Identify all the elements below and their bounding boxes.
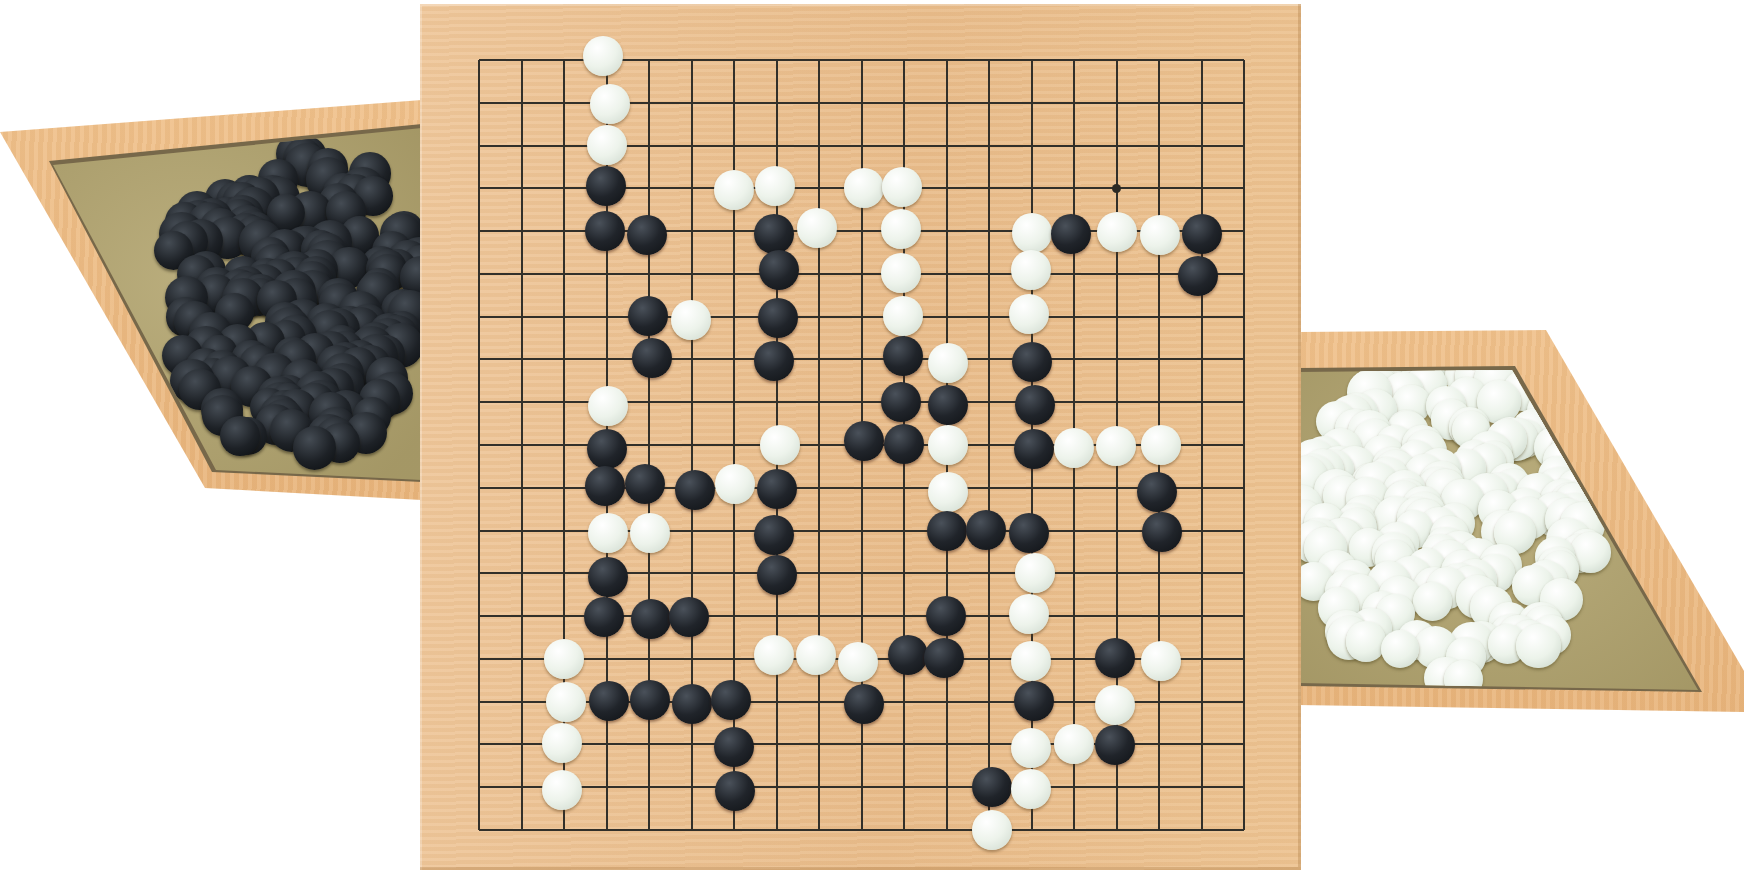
black-stone[interactable] — [1178, 256, 1218, 296]
white-tray-stone — [1346, 621, 1386, 661]
black-stone[interactable] — [1142, 512, 1182, 552]
grid-line-horizontal — [479, 829, 1244, 831]
black-stone[interactable] — [715, 771, 755, 811]
white-tray-stone — [1381, 630, 1419, 668]
white-stone[interactable] — [883, 296, 923, 336]
grid-line-vertical — [1243, 60, 1245, 830]
black-stone[interactable] — [711, 680, 751, 720]
black-stone[interactable] — [631, 599, 671, 639]
white-stone[interactable] — [1141, 425, 1181, 465]
white-stone[interactable] — [881, 209, 921, 249]
black-stone[interactable] — [966, 510, 1006, 550]
black-stone[interactable] — [584, 597, 624, 637]
black-stone[interactable] — [1095, 725, 1135, 765]
black-stone[interactable] — [1137, 472, 1177, 512]
go-set-photo — [0, 0, 1744, 890]
black-stone[interactable] — [586, 166, 626, 206]
black-stone[interactable] — [585, 466, 625, 506]
black-stone[interactable] — [630, 680, 670, 720]
black-stone[interactable] — [627, 215, 667, 255]
white-stone[interactable] — [1011, 728, 1051, 768]
white-stone[interactable] — [928, 343, 968, 383]
white-stone[interactable] — [928, 425, 968, 465]
white-stone[interactable] — [844, 168, 884, 208]
black-stone[interactable] — [714, 727, 754, 767]
black-stone[interactable] — [628, 296, 668, 336]
black-stone[interactable] — [669, 597, 709, 637]
black-stone[interactable] — [757, 555, 797, 595]
black-stone[interactable] — [675, 470, 715, 510]
black-stone[interactable] — [1014, 681, 1054, 721]
white-stone[interactable] — [1012, 213, 1052, 253]
white-stone-pile — [1298, 328, 1744, 718]
black-stone[interactable] — [585, 211, 625, 251]
white-stone[interactable] — [542, 770, 582, 810]
white-stone[interactable] — [583, 36, 623, 76]
black-stone[interactable] — [588, 557, 628, 597]
white-stone[interactable] — [546, 682, 586, 722]
white-stone[interactable] — [755, 166, 795, 206]
white-tray-stone — [1413, 582, 1452, 621]
black-stone[interactable] — [881, 382, 921, 422]
white-stone[interactable] — [1011, 250, 1051, 290]
grid-line-horizontal — [479, 786, 1244, 788]
black-stone[interactable] — [1009, 513, 1049, 553]
black-stone[interactable] — [927, 511, 967, 551]
white-stone[interactable] — [1054, 724, 1094, 764]
black-stone[interactable] — [844, 421, 884, 461]
black-stone[interactable] — [632, 338, 672, 378]
white-stone[interactable] — [760, 425, 800, 465]
white-stone[interactable] — [1015, 553, 1055, 593]
white-stone[interactable] — [838, 642, 878, 682]
black-stone[interactable] — [884, 424, 924, 464]
black-stone[interactable] — [924, 638, 964, 678]
white-stone[interactable] — [590, 84, 630, 124]
black-stone[interactable] — [883, 336, 923, 376]
white-stone[interactable] — [544, 639, 584, 679]
white-stone[interactable] — [587, 125, 627, 165]
black-tray-stone — [293, 426, 336, 469]
black-stone[interactable] — [754, 341, 794, 381]
white-stone[interactable] — [542, 723, 582, 763]
black-stone[interactable] — [1182, 214, 1222, 254]
white-stone[interactable] — [1011, 641, 1051, 681]
black-stone[interactable] — [589, 681, 629, 721]
black-stone[interactable] — [926, 596, 966, 636]
white-stone[interactable] — [671, 300, 711, 340]
white-stone[interactable] — [881, 253, 921, 293]
grid-line-vertical — [1201, 60, 1203, 830]
white-stone[interactable] — [754, 635, 794, 675]
white-stone-tray — [1298, 328, 1744, 718]
white-stone[interactable] — [714, 170, 754, 210]
go-board[interactable] — [420, 4, 1301, 870]
black-stone[interactable] — [972, 767, 1012, 807]
black-stone[interactable] — [1051, 214, 1091, 254]
white-stone[interactable] — [1097, 212, 1137, 252]
white-stone[interactable] — [797, 208, 837, 248]
black-stone[interactable] — [1014, 429, 1054, 469]
white-stone[interactable] — [1140, 215, 1180, 255]
black-stone[interactable] — [1095, 638, 1135, 678]
white-stone[interactable] — [796, 635, 836, 675]
black-stone[interactable] — [754, 214, 794, 254]
white-stone[interactable] — [1095, 685, 1135, 725]
black-stone[interactable] — [587, 429, 627, 469]
white-stone[interactable] — [882, 167, 922, 207]
star-point — [1112, 184, 1121, 193]
white-stone[interactable] — [1054, 428, 1094, 468]
grid-line-vertical — [988, 60, 990, 830]
white-stone[interactable] — [1096, 426, 1136, 466]
white-stone[interactable] — [588, 386, 628, 426]
black-stone[interactable] — [928, 385, 968, 425]
white-stone[interactable] — [928, 472, 968, 512]
black-stone[interactable] — [758, 298, 798, 338]
white-stone[interactable] — [588, 513, 628, 553]
black-stone[interactable] — [754, 515, 794, 555]
white-tray-stone — [1516, 624, 1560, 668]
black-stone[interactable] — [888, 635, 928, 675]
black-stone[interactable] — [1012, 342, 1052, 382]
black-stone[interactable] — [757, 469, 797, 509]
black-tray-stone — [220, 416, 260, 456]
black-stone-tray — [0, 98, 422, 505]
black-stone[interactable] — [672, 684, 712, 724]
black-stone[interactable] — [844, 684, 884, 724]
white-stone[interactable] — [715, 464, 755, 504]
white-stone[interactable] — [1009, 594, 1049, 634]
white-stone[interactable] — [972, 810, 1012, 850]
black-stone[interactable] — [1015, 385, 1055, 425]
white-stone[interactable] — [1011, 769, 1051, 809]
white-stone[interactable] — [1009, 294, 1049, 334]
white-stone[interactable] — [630, 513, 670, 553]
white-stone[interactable] — [1141, 641, 1181, 681]
black-stone[interactable] — [759, 250, 799, 290]
black-stone[interactable] — [625, 464, 665, 504]
